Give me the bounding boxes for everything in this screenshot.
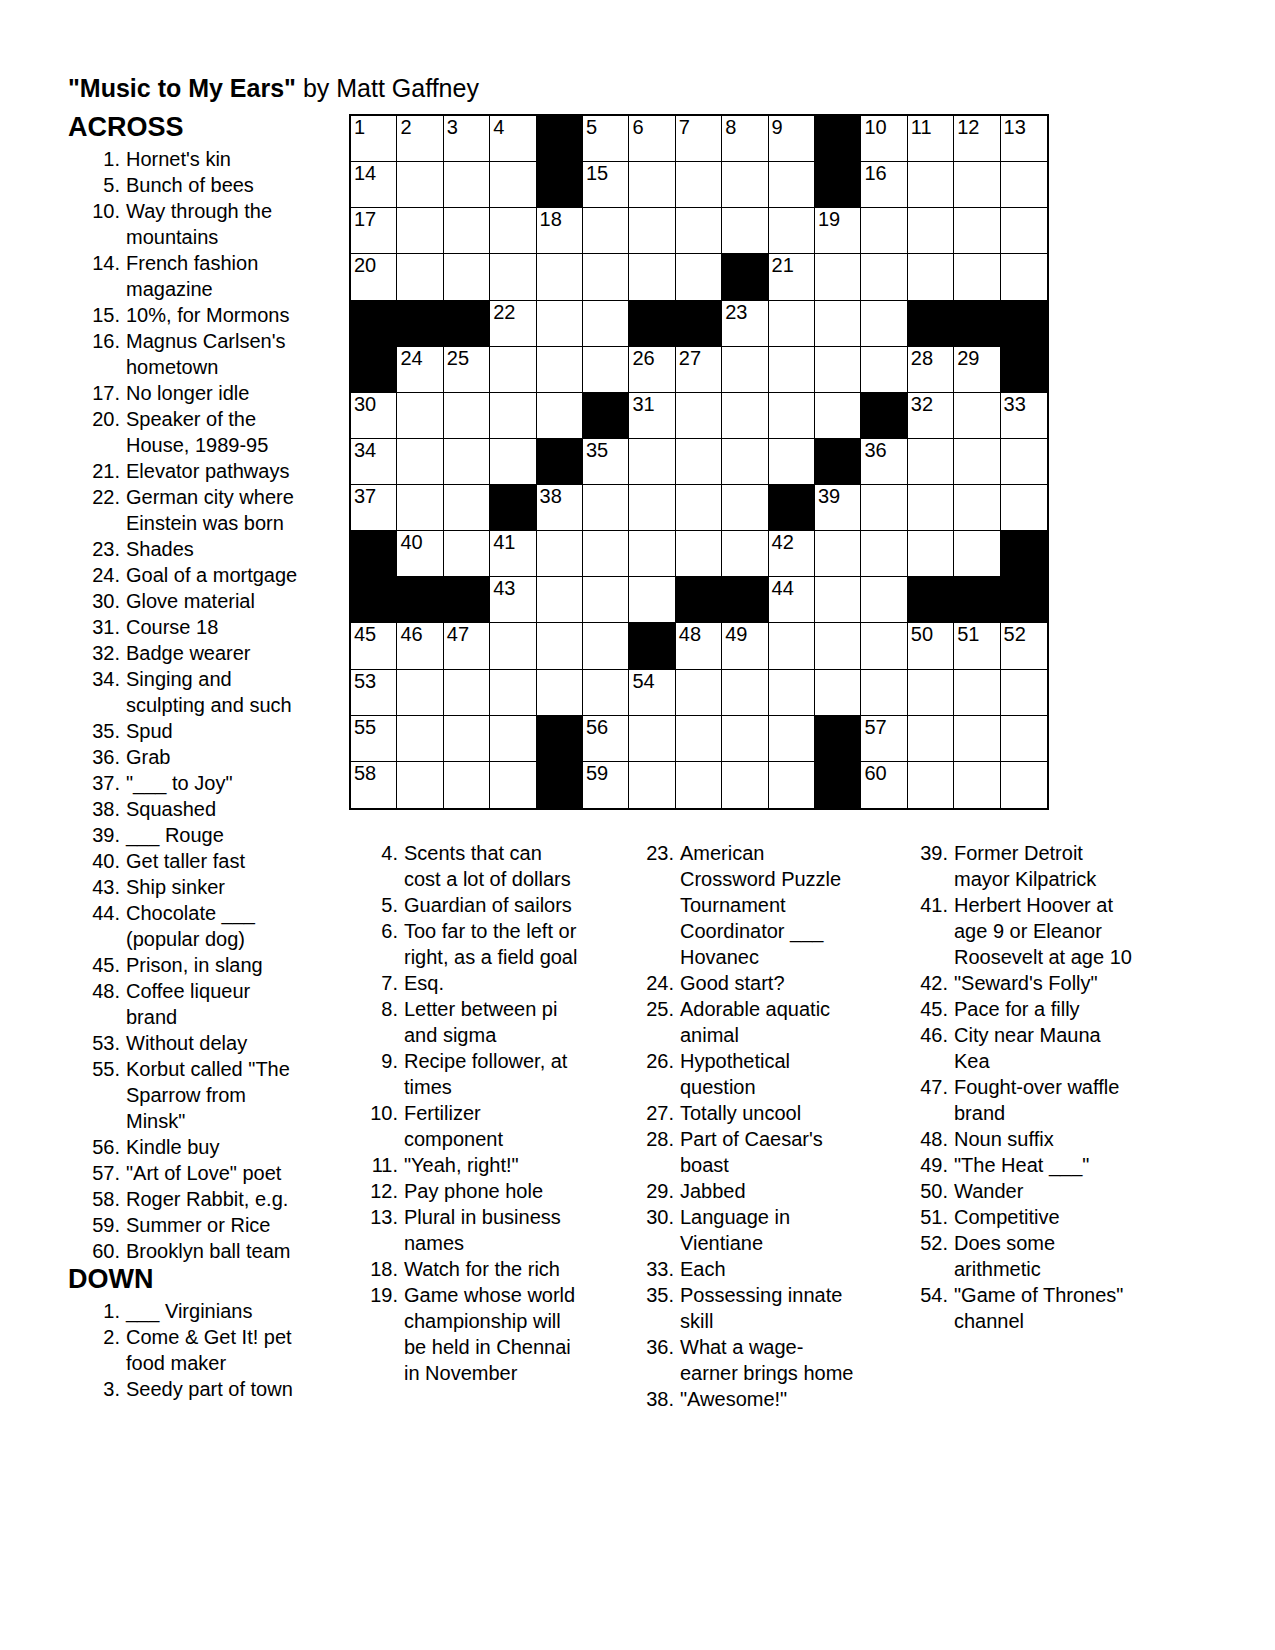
white-cell[interactable]: 46	[397, 623, 443, 669]
white-cell[interactable]	[1001, 439, 1047, 485]
white-cell[interactable]: 42	[769, 531, 815, 577]
white-cell[interactable]	[769, 347, 815, 393]
white-cell[interactable]	[537, 347, 583, 393]
clue: 35.Spud	[68, 718, 318, 744]
white-cell[interactable]	[676, 254, 722, 300]
black-cell	[815, 116, 861, 162]
white-cell[interactable]	[1001, 762, 1047, 808]
white-cell[interactable]	[954, 485, 1000, 531]
white-cell[interactable]	[444, 208, 490, 254]
white-cell[interactable]: 4	[490, 116, 536, 162]
clue-number: 36.	[622, 1334, 674, 1386]
cell-number: 17	[354, 209, 376, 230]
clue: 29.Jabbed	[622, 1178, 872, 1204]
white-cell[interactable]: 41	[490, 531, 536, 577]
white-cell[interactable]: 50	[908, 623, 954, 669]
white-cell[interactable]	[397, 439, 443, 485]
white-cell[interactable]: 35	[583, 439, 629, 485]
clue-number: 23.	[68, 536, 120, 562]
clue-number: 48.	[68, 978, 120, 1030]
puzzle-byline: by Matt Gaffney	[296, 74, 479, 102]
white-cell[interactable]	[815, 301, 861, 347]
white-cell[interactable]	[954, 716, 1000, 762]
cell-number: 24	[400, 348, 422, 369]
clue: 2.Come & Get It! pet food maker	[68, 1324, 318, 1376]
white-cell[interactable]: 38	[537, 485, 583, 531]
white-cell[interactable]: 25	[444, 347, 490, 393]
cell-number: 52	[1004, 624, 1026, 645]
white-cell[interactable]: 59	[583, 762, 629, 808]
clue: 36.What a wage- earner brings home	[622, 1334, 872, 1386]
cell-number: 57	[864, 717, 886, 738]
clue-number: 59.	[68, 1212, 120, 1238]
white-cell[interactable]	[769, 393, 815, 439]
clue-number: 36.	[68, 744, 120, 770]
white-cell[interactable]	[629, 439, 675, 485]
cell-number: 34	[354, 440, 376, 461]
clue: 44.Chocolate ___ (popular dog)	[68, 900, 318, 952]
white-cell[interactable]	[769, 762, 815, 808]
white-cell[interactable]	[537, 301, 583, 347]
white-cell[interactable]: 12	[954, 116, 1000, 162]
white-cell[interactable]: 29	[954, 347, 1000, 393]
clue-text: ___ Rouge	[126, 822, 312, 848]
white-cell[interactable]: 47	[444, 623, 490, 669]
white-cell[interactable]	[444, 670, 490, 716]
white-cell[interactable]	[397, 716, 443, 762]
white-cell[interactable]: 26	[629, 347, 675, 393]
clue: 39.___ Rouge	[68, 822, 318, 848]
clue: 58.Roger Rabbit, e.g.	[68, 1186, 318, 1212]
white-cell[interactable]	[583, 623, 629, 669]
clue: 19.Game whose world championship will be…	[346, 1282, 596, 1386]
white-cell[interactable]	[490, 393, 536, 439]
white-cell[interactable]	[769, 301, 815, 347]
white-cell[interactable]: 45	[351, 623, 397, 669]
white-cell[interactable]	[583, 670, 629, 716]
white-cell[interactable]	[722, 762, 768, 808]
white-cell[interactable]	[815, 347, 861, 393]
clue: 21.Elevator pathways	[68, 458, 318, 484]
white-cell[interactable]	[722, 439, 768, 485]
white-cell[interactable]	[954, 670, 1000, 716]
white-cell[interactable]	[583, 531, 629, 577]
white-cell[interactable]	[676, 531, 722, 577]
white-cell[interactable]	[1001, 485, 1047, 531]
clue-text: Speaker of the House, 1989-95	[126, 406, 312, 458]
white-cell[interactable]	[629, 577, 675, 623]
white-cell[interactable]	[954, 531, 1000, 577]
white-cell[interactable]: 52	[1001, 623, 1047, 669]
white-cell[interactable]	[537, 393, 583, 439]
white-cell[interactable]	[861, 208, 907, 254]
white-cell[interactable]	[397, 762, 443, 808]
white-cell[interactable]	[1001, 254, 1047, 300]
black-cell	[537, 716, 583, 762]
white-cell[interactable]	[815, 531, 861, 577]
white-cell[interactable]: 43	[490, 577, 536, 623]
white-cell[interactable]	[815, 577, 861, 623]
white-cell[interactable]	[908, 670, 954, 716]
white-cell[interactable]: 2	[397, 116, 443, 162]
white-cell[interactable]	[444, 762, 490, 808]
white-cell[interactable]	[444, 439, 490, 485]
clue-text: Goal of a mortgage	[126, 562, 312, 588]
white-cell[interactable]: 27	[676, 347, 722, 393]
clue-text: Bunch of bees	[126, 172, 312, 198]
white-cell[interactable]	[722, 531, 768, 577]
clue: 14.French fashion magazine	[68, 250, 318, 302]
white-cell[interactable]	[722, 485, 768, 531]
white-cell[interactable]	[861, 577, 907, 623]
white-cell[interactable]: 24	[397, 347, 443, 393]
white-cell[interactable]	[815, 623, 861, 669]
clue: 5.Bunch of bees	[68, 172, 318, 198]
clue-text: Singing and sculpting and such	[126, 666, 312, 718]
clue-number: 39.	[68, 822, 120, 848]
clue: 57."Art of Love" poet	[68, 1160, 318, 1186]
white-cell[interactable]	[629, 208, 675, 254]
white-cell[interactable]: 9	[769, 116, 815, 162]
white-cell[interactable]	[722, 670, 768, 716]
white-cell[interactable]	[954, 439, 1000, 485]
clue-number: 30.	[68, 588, 120, 614]
white-cell[interactable]: 39	[815, 485, 861, 531]
white-cell[interactable]	[629, 716, 675, 762]
white-cell[interactable]	[537, 670, 583, 716]
white-cell[interactable]: 10	[861, 116, 907, 162]
clue-text: Guardian of sailors	[404, 892, 590, 918]
clue-text: Without delay	[126, 1030, 312, 1056]
white-cell[interactable]: 53	[351, 670, 397, 716]
white-cell[interactable]	[676, 208, 722, 254]
white-cell[interactable]	[397, 208, 443, 254]
white-cell[interactable]: 44	[769, 577, 815, 623]
clue: 20.Speaker of the House, 1989-95	[68, 406, 318, 458]
clue-text: Coffee liqueur brand	[126, 978, 312, 1030]
white-cell[interactable]	[676, 393, 722, 439]
cell-number: 55	[354, 717, 376, 738]
clue-number: 40.	[68, 848, 120, 874]
clue-number: 53.	[68, 1030, 120, 1056]
white-cell[interactable]	[583, 301, 629, 347]
cell-number: 44	[772, 578, 794, 599]
white-cell[interactable]	[629, 162, 675, 208]
clue-text: No longer idle	[126, 380, 312, 406]
white-cell[interactable]	[722, 347, 768, 393]
white-cell[interactable]: 5	[583, 116, 629, 162]
clue-text: Herbert Hoover at age 9 or Eleanor Roose…	[954, 892, 1140, 970]
black-cell	[537, 439, 583, 485]
white-cell[interactable]	[861, 301, 907, 347]
white-cell[interactable]	[490, 208, 536, 254]
white-cell[interactable]: 20	[351, 254, 397, 300]
clue-text: 10%, for Mormons	[126, 302, 312, 328]
clue-number: 18.	[346, 1256, 398, 1282]
clue-number: 4.	[346, 840, 398, 892]
white-cell[interactable]	[490, 762, 536, 808]
white-cell[interactable]	[629, 531, 675, 577]
white-cell[interactable]	[1001, 162, 1047, 208]
clue-number: 1.	[68, 146, 120, 172]
white-cell[interactable]	[908, 439, 954, 485]
white-cell[interactable]	[490, 716, 536, 762]
white-cell[interactable]	[397, 162, 443, 208]
black-cell	[815, 716, 861, 762]
white-cell[interactable]	[676, 162, 722, 208]
white-cell[interactable]: 37	[351, 485, 397, 531]
white-cell[interactable]	[954, 393, 1000, 439]
cell-number: 28	[911, 348, 933, 369]
white-cell[interactable]	[490, 623, 536, 669]
clue-number: 13.	[346, 1204, 398, 1256]
white-cell[interactable]	[908, 531, 954, 577]
white-cell[interactable]	[583, 577, 629, 623]
white-cell[interactable]	[815, 670, 861, 716]
clue: 10.Fertilizer component	[346, 1100, 596, 1152]
white-cell[interactable]	[861, 485, 907, 531]
white-cell[interactable]: 6	[629, 116, 675, 162]
white-cell[interactable]	[815, 393, 861, 439]
clue-text: Former Detroit mayor Kilpatrick	[954, 840, 1140, 892]
white-cell[interactable]: 15	[583, 162, 629, 208]
puzzle-title: "Music to My Ears" by Matt Gaffney	[68, 74, 479, 103]
white-cell[interactable]: 1	[351, 116, 397, 162]
white-cell[interactable]	[583, 347, 629, 393]
white-cell[interactable]: 54	[629, 670, 675, 716]
white-cell[interactable]	[954, 762, 1000, 808]
white-cell[interactable]: 32	[908, 393, 954, 439]
black-cell	[815, 162, 861, 208]
clue-text: Noun suffix	[954, 1126, 1140, 1152]
cell-number: 49	[725, 624, 747, 645]
clue: 50.Wander	[896, 1178, 1146, 1204]
clue-text: Grab	[126, 744, 312, 770]
clue-number: 38.	[622, 1386, 674, 1412]
white-cell[interactable]	[676, 439, 722, 485]
white-cell[interactable]	[908, 762, 954, 808]
clue: 47.Fought-over waffle brand	[896, 1074, 1146, 1126]
clue-number: 8.	[346, 996, 398, 1048]
white-cell[interactable]: 3	[444, 116, 490, 162]
clue: 37."___ to Joy"	[68, 770, 318, 796]
white-cell[interactable]	[769, 208, 815, 254]
black-cell	[1001, 577, 1047, 623]
white-cell[interactable]	[769, 439, 815, 485]
white-cell[interactable]	[490, 670, 536, 716]
white-cell[interactable]: 8	[722, 116, 768, 162]
white-cell[interactable]	[1001, 716, 1047, 762]
clue-number: 41.	[896, 892, 948, 970]
white-cell[interactable]	[861, 623, 907, 669]
white-cell[interactable]: 58	[351, 762, 397, 808]
cell-number: 36	[864, 440, 886, 461]
white-cell[interactable]	[954, 162, 1000, 208]
clue-number: 25.	[622, 996, 674, 1048]
clue: 42."Seward's Folly"	[896, 970, 1146, 996]
black-cell	[629, 623, 675, 669]
white-cell[interactable]	[397, 254, 443, 300]
black-cell	[537, 162, 583, 208]
white-cell[interactable]: 21	[769, 254, 815, 300]
white-cell[interactable]	[1001, 208, 1047, 254]
black-cell	[1001, 301, 1047, 347]
white-cell[interactable]	[1001, 670, 1047, 716]
clue-number: 56.	[68, 1134, 120, 1160]
clue-number: 24.	[622, 970, 674, 996]
white-cell[interactable]: 56	[583, 716, 629, 762]
white-cell[interactable]	[490, 162, 536, 208]
puzzle-title-name: "Music to My Ears"	[68, 74, 296, 102]
white-cell[interactable]	[769, 716, 815, 762]
white-cell[interactable]: 23	[722, 301, 768, 347]
clue-number: 45.	[68, 952, 120, 978]
clue-number: 9.	[346, 1048, 398, 1100]
white-cell[interactable]: 7	[676, 116, 722, 162]
white-cell[interactable]: 51	[954, 623, 1000, 669]
white-cell[interactable]	[861, 254, 907, 300]
white-cell[interactable]: 55	[351, 716, 397, 762]
clue: 51.Competitive	[896, 1204, 1146, 1230]
white-cell[interactable]: 33	[1001, 393, 1047, 439]
white-cell[interactable]	[583, 485, 629, 531]
clue: 28.Part of Caesar's boast	[622, 1126, 872, 1178]
cell-number: 42	[772, 532, 794, 553]
clue-number: 5.	[346, 892, 398, 918]
clue: 54."Game of Thrones" channel	[896, 1282, 1146, 1334]
white-cell[interactable]	[722, 162, 768, 208]
cell-number: 5	[586, 117, 597, 138]
white-cell[interactable]	[676, 485, 722, 531]
white-cell[interactable]	[676, 716, 722, 762]
white-cell[interactable]	[397, 670, 443, 716]
white-cell[interactable]	[908, 162, 954, 208]
white-cell[interactable]	[444, 716, 490, 762]
white-cell[interactable]	[861, 670, 907, 716]
white-cell[interactable]: 22	[490, 301, 536, 347]
white-cell[interactable]	[537, 254, 583, 300]
white-cell[interactable]	[537, 577, 583, 623]
white-cell[interactable]: 18	[537, 208, 583, 254]
white-cell[interactable]	[769, 623, 815, 669]
white-cell[interactable]	[444, 485, 490, 531]
white-cell[interactable]	[444, 254, 490, 300]
clue-number: 30.	[622, 1204, 674, 1256]
white-cell[interactable]	[537, 531, 583, 577]
clue-text: Fertilizer component	[404, 1100, 590, 1152]
white-cell[interactable]	[908, 254, 954, 300]
cell-number: 13	[1004, 117, 1026, 138]
white-cell[interactable]	[629, 254, 675, 300]
cell-number: 9	[772, 117, 783, 138]
clue-number: 1.	[68, 1298, 120, 1324]
clue: 36.Grab	[68, 744, 318, 770]
white-cell[interactable]: 36	[861, 439, 907, 485]
white-cell[interactable]	[954, 208, 1000, 254]
white-cell[interactable]: 11	[908, 116, 954, 162]
clue-text: "Art of Love" poet	[126, 1160, 312, 1186]
white-cell[interactable]: 49	[722, 623, 768, 669]
cell-number: 53	[354, 671, 376, 692]
white-cell[interactable]: 14	[351, 162, 397, 208]
black-cell	[954, 577, 1000, 623]
clue-text: What a wage- earner brings home	[680, 1334, 866, 1386]
white-cell[interactable]	[444, 393, 490, 439]
white-cell[interactable]	[815, 254, 861, 300]
white-cell[interactable]: 16	[861, 162, 907, 208]
white-cell[interactable]	[629, 485, 675, 531]
white-cell[interactable]: 30	[351, 393, 397, 439]
clue-text: City near Mauna Kea	[954, 1022, 1140, 1074]
white-cell[interactable]	[490, 439, 536, 485]
white-cell[interactable]	[397, 393, 443, 439]
clue-text: Adorable aquatic animal	[680, 996, 866, 1048]
white-cell[interactable]	[583, 208, 629, 254]
white-cell[interactable]	[722, 208, 768, 254]
cell-number: 14	[354, 163, 376, 184]
crossword-grid: 1234567891011121314151617181920212223242…	[349, 114, 1049, 810]
black-cell	[537, 116, 583, 162]
white-cell[interactable]	[908, 716, 954, 762]
white-cell[interactable]	[444, 531, 490, 577]
white-cell[interactable]: 17	[351, 208, 397, 254]
clue-number: 42.	[896, 970, 948, 996]
white-cell[interactable]	[676, 762, 722, 808]
clue-text: "___ to Joy"	[126, 770, 312, 796]
white-cell[interactable]	[769, 670, 815, 716]
white-cell[interactable]	[583, 254, 629, 300]
white-cell[interactable]	[722, 716, 768, 762]
white-cell[interactable]: 48	[676, 623, 722, 669]
black-cell	[722, 254, 768, 300]
white-cell[interactable]	[908, 208, 954, 254]
black-cell	[769, 485, 815, 531]
white-cell[interactable]: 28	[908, 347, 954, 393]
white-cell[interactable]	[676, 670, 722, 716]
white-cell[interactable]	[722, 393, 768, 439]
white-cell[interactable]	[908, 485, 954, 531]
cell-number: 60	[864, 763, 886, 784]
white-cell[interactable]: 31	[629, 393, 675, 439]
black-cell	[908, 301, 954, 347]
white-cell[interactable]	[490, 254, 536, 300]
white-cell[interactable]	[629, 762, 675, 808]
clue-number: 35.	[622, 1282, 674, 1334]
white-cell[interactable]	[490, 347, 536, 393]
clue: 38.Squashed	[68, 796, 318, 822]
white-cell[interactable]: 34	[351, 439, 397, 485]
white-cell[interactable]: 60	[861, 762, 907, 808]
white-cell[interactable]: 13	[1001, 116, 1047, 162]
white-cell[interactable]	[444, 162, 490, 208]
black-cell	[351, 347, 397, 393]
white-cell[interactable]: 19	[815, 208, 861, 254]
white-cell[interactable]	[537, 623, 583, 669]
white-cell[interactable]	[954, 254, 1000, 300]
clue-text: "Game of Thrones" channel	[954, 1282, 1140, 1334]
white-cell[interactable]: 57	[861, 716, 907, 762]
black-cell	[676, 301, 722, 347]
white-cell[interactable]	[397, 485, 443, 531]
white-cell[interactable]	[861, 347, 907, 393]
clue-text: Seedy part of town	[126, 1376, 312, 1402]
white-cell[interactable]	[861, 531, 907, 577]
clue: 1.Hornet's kin	[68, 146, 318, 172]
clue-number: 15.	[68, 302, 120, 328]
cell-number: 56	[586, 717, 608, 738]
white-cell[interactable]	[769, 162, 815, 208]
white-cell[interactable]: 40	[397, 531, 443, 577]
